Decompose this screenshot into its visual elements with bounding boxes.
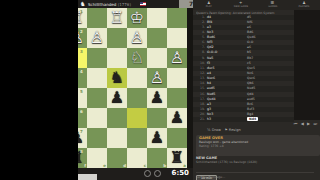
square-b2[interactable] — [147, 28, 167, 48]
square-e8[interactable]: e — [87, 148, 107, 168]
square-d6[interactable] — [107, 108, 127, 128]
square-d3[interactable] — [107, 48, 127, 68]
bottom-player-clock: 6:50 — [172, 169, 189, 177]
game-over-rating: Rating: 1776 +8 — [199, 144, 317, 148]
move-list[interactable]: 1.d4d52.Bf4Nf63.e3e64.Nc3Bd65.Bxd6Qxd66.… — [193, 15, 294, 123]
file-label-f: f — [84, 163, 86, 168]
square-c7[interactable] — [127, 128, 147, 148]
square-b6[interactable] — [147, 108, 167, 128]
square-c6[interactable] — [127, 108, 147, 128]
file-label-a: a — [183, 163, 186, 168]
resign-button[interactable]: ⚑ Resign — [224, 128, 240, 132]
square-b7[interactable]: ♟ — [147, 128, 167, 148]
square-a3[interactable]: ♙ — [167, 48, 187, 68]
square-c3[interactable]: ♘ — [127, 48, 147, 68]
square-b4[interactable]: ♙ — [147, 68, 167, 88]
tab-games[interactable]: ☰GAMES — [257, 0, 289, 10]
black-move[interactable]: Nd4 — [247, 117, 287, 122]
square-c2[interactable]: ♙ — [127, 28, 147, 48]
square-c5[interactable] — [127, 88, 147, 108]
piece-black-n-d4[interactable]: ♞ — [107, 68, 127, 88]
rank-label-7: 7 — [80, 129, 86, 134]
square-d7[interactable] — [107, 128, 127, 148]
square-b8[interactable]: b — [147, 148, 167, 168]
piece-white-k-c1[interactable]: ♔ — [127, 8, 147, 28]
rank-label-5: 5 — [80, 89, 86, 94]
rank-label-1: 1 — [80, 9, 86, 14]
us-flag-icon — [140, 2, 146, 6]
file-label-c: c — [144, 163, 146, 168]
piece-white-p-b4[interactable]: ♙ — [147, 68, 167, 88]
file-label-e: e — [103, 163, 106, 168]
square-b3[interactable] — [147, 48, 167, 68]
piece-black-p-b7[interactable]: ♟ — [147, 128, 167, 148]
piece-white-r-d1[interactable]: ♖ — [107, 8, 127, 28]
piece-white-p-a3[interactable]: ♙ — [167, 48, 187, 68]
square-b5[interactable]: ♟ — [147, 88, 167, 108]
square-d2[interactable] — [107, 28, 127, 48]
panel-tabs: ♟PLAY+NEW GAME☰GAMES♟PLAYERS — [193, 0, 320, 10]
current-move-chip: Nd4 — [247, 117, 258, 121]
square-e2[interactable]: ♙ — [87, 28, 107, 48]
square-a8[interactable]: ♜a — [167, 148, 187, 168]
file-label-d: d — [123, 163, 126, 168]
white-move[interactable]: h3 — [207, 117, 247, 122]
square-c4[interactable] — [127, 68, 147, 88]
square-c1[interactable]: ♔ — [127, 8, 147, 28]
piece-black-p-b5[interactable]: ♟ — [147, 88, 167, 108]
square-a2[interactable] — [167, 28, 187, 48]
square-b1[interactable] — [147, 8, 167, 28]
tab-players[interactable]: ♟PLAYERS — [288, 0, 320, 10]
piece-black-p-d5[interactable]: ♟ — [107, 88, 127, 108]
top-player-bar: ♞ Schillithanded (1776) 7:29 — [78, 0, 207, 8]
tab-play[interactable]: ♟PLAY — [193, 0, 225, 10]
rank-label-3: 3 — [80, 49, 86, 54]
square-d8[interactable]: d — [107, 148, 127, 168]
top-player-name[interactable]: Schillithanded (1776) — [88, 2, 131, 7]
square-a1[interactable] — [167, 8, 187, 28]
square-e4[interactable] — [87, 68, 107, 88]
square-e7[interactable] — [87, 128, 107, 148]
square-a5[interactable] — [167, 88, 187, 108]
piece-white-p-e2[interactable]: ♙ — [87, 28, 107, 48]
piece-black-p-a6[interactable]: ♟ — [167, 108, 187, 128]
square-a7[interactable] — [167, 128, 187, 148]
square-a4[interactable] — [167, 68, 187, 88]
rank-label-2: 2 — [80, 29, 86, 34]
game-over-box: GAME OVER Basilugo won - game abandoned … — [196, 135, 320, 156]
top-player-piece-icon: ♞ — [80, 0, 85, 8]
square-d1[interactable]: ♖ — [107, 8, 127, 28]
square-e3[interactable] — [87, 48, 107, 68]
tab-new-game[interactable]: +NEW GAME — [225, 0, 257, 10]
app-window: ♖♖♔♙♙♙♙♙♘♙♞♙♟♟♟♟♟♟♟h♚g♜fedcb♜a12345678 ♞… — [0, 0, 320, 180]
square-e1[interactable] — [87, 8, 107, 28]
flip-board-icon[interactable] — [144, 170, 151, 177]
theater-mode-icon[interactable] — [154, 170, 161, 177]
sidebar-panel: ♟PLAY+NEW GAME☰GAMES♟PLAYERS Queen's Paw… — [193, 0, 320, 180]
square-c8[interactable]: c — [127, 148, 147, 168]
rank-label-4: 4 — [80, 69, 86, 74]
square-e5[interactable] — [87, 88, 107, 108]
draw-button[interactable]: ½ Draw — [207, 128, 221, 132]
panel-gutter — [294, 10, 320, 120]
left-letterbox — [0, 0, 78, 180]
move-row-21[interactable]: 21.h3Nd4 — [193, 117, 294, 122]
square-a6[interactable]: ♟ — [167, 108, 187, 128]
rank-label-6: 6 — [80, 109, 86, 114]
playback-controls[interactable]: ⏮ ◀ ▶ ⏭ — [294, 121, 318, 126]
bottom-name-tooltip — [78, 174, 97, 180]
square-d5[interactable]: ♟ — [107, 88, 127, 108]
new-game-players: Schillithanded (1776) vs Basilugo (1820) — [196, 160, 314, 164]
piece-white-n-c3[interactable]: ♘ — [127, 48, 147, 68]
chat-input[interactable]: Send a message... — [196, 172, 314, 179]
rank-label-8: 8 — [80, 149, 86, 154]
file-label-b: b — [163, 163, 166, 168]
piece-white-p-c2[interactable]: ♙ — [127, 28, 147, 48]
square-d4[interactable]: ♞ — [107, 68, 127, 88]
top-player-rating: (1776) — [118, 2, 131, 7]
square-e6[interactable] — [87, 108, 107, 128]
draw-resign-row[interactable]: ½ Draw ⚑ Resign — [207, 128, 241, 132]
